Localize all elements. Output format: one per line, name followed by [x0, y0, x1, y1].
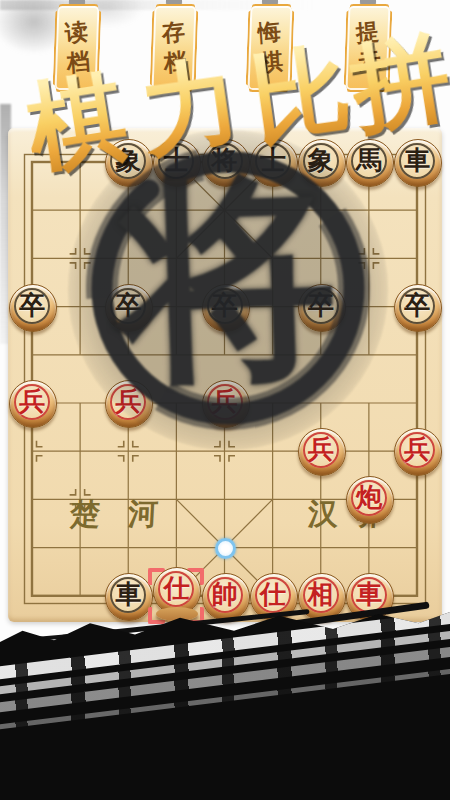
piece-face: 兵 — [399, 432, 435, 468]
piece-face: 卒 — [110, 288, 146, 324]
piece-face: 兵 — [207, 384, 243, 420]
piece-face: 兵 — [303, 432, 339, 468]
piece-face: 卒 — [303, 288, 339, 324]
piece-red-仕[interactable]: 仕 — [153, 567, 201, 615]
piece-black-卒[interactable]: 卒 — [9, 284, 57, 332]
banner-title-char: 力 — [136, 52, 247, 163]
piece-black-卒[interactable]: 卒 — [394, 284, 442, 332]
piece-red-兵[interactable]: 兵 — [298, 428, 346, 476]
piece-face: 仕 — [158, 571, 194, 607]
piece-black-卒[interactable]: 卒 — [202, 284, 250, 332]
piece-black-卒[interactable]: 卒 — [105, 284, 153, 332]
piece-face: 相 — [303, 577, 339, 613]
banner-title: 棋力比拼 — [0, 28, 450, 188]
piece-face: 兵 — [14, 384, 50, 420]
banner-title-char: 棋 — [21, 67, 133, 179]
piece-face: 車 — [110, 577, 146, 613]
piece-face: 兵 — [110, 384, 146, 420]
piece-face: 卒 — [207, 288, 243, 324]
banner-title-char: 拼 — [345, 27, 450, 139]
piece-red-炮[interactable]: 炮 — [346, 476, 394, 524]
app-screen: 读档 存档 悔棋 提示 楚河 汉界 象士将士象馬車卒卒卒卒卒車兵兵兵兵兵炮仕帥仕… — [0, 0, 450, 800]
piece-black-卒[interactable]: 卒 — [298, 284, 346, 332]
piece-face: 帥 — [207, 577, 243, 613]
banner-title-char: 比 — [246, 40, 357, 151]
piece-red-帥[interactable]: 帥 — [202, 573, 250, 621]
piece-face: 卒 — [399, 288, 435, 324]
xiangqi-board[interactable]: 楚河 汉界 象士将士象馬車卒卒卒卒卒車兵兵兵兵兵炮仕帥仕相車 — [8, 128, 442, 622]
piece-red-兵[interactable]: 兵 — [394, 428, 442, 476]
promo-banner — [0, 612, 450, 800]
piece-red-兵[interactable]: 兵 — [202, 380, 250, 428]
piece-face: 卒 — [14, 288, 50, 324]
piece-face: 仕 — [255, 577, 291, 613]
piece-red-兵[interactable]: 兵 — [9, 380, 57, 428]
piece-red-兵[interactable]: 兵 — [105, 380, 153, 428]
piece-face: 炮 — [351, 480, 387, 516]
move-hint-dot[interactable] — [215, 538, 236, 559]
river-label-left: 楚河 — [69, 494, 187, 535]
piece-black-車[interactable]: 車 — [105, 573, 153, 621]
